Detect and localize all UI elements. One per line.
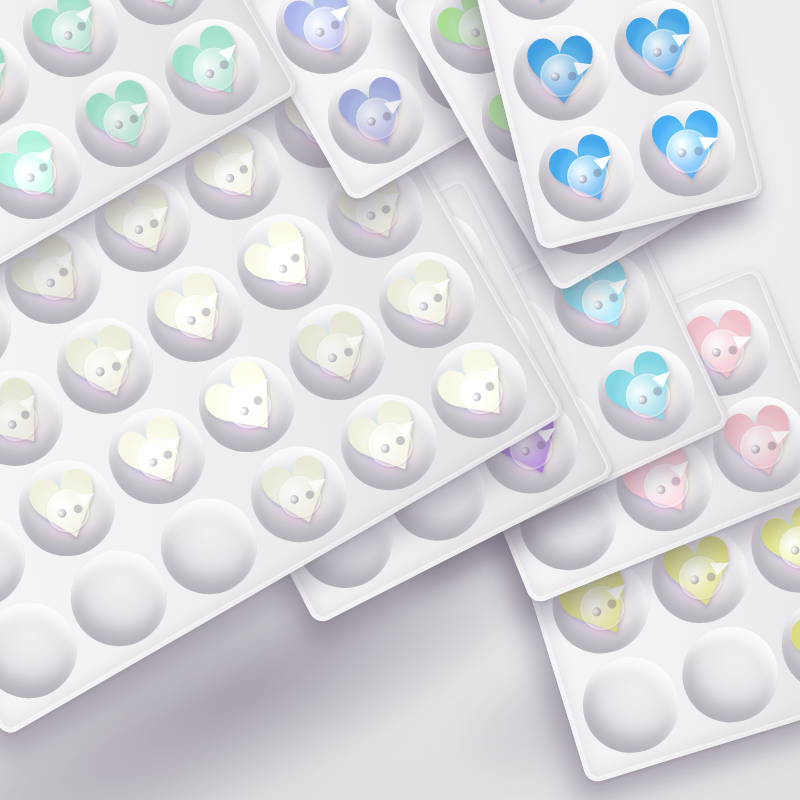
heart-crystal-blue: ♥ <box>633 93 743 203</box>
tray-well: ♥ <box>629 90 745 206</box>
heart-crystal-blue: ♥ <box>525 112 648 235</box>
tray-well: ♥ <box>604 0 720 106</box>
scene: ♥♥♥♥♥♥♥♥♥♥♥♥♥♥♥♥♥♥♥♥♥♥♥♥♥♥♥♥♥♥♥♥♥♥♥♥♥♥♥♥… <box>0 0 800 800</box>
tray-well: ♥ <box>529 115 645 231</box>
heart-crystal-blue: ♥ <box>510 21 613 124</box>
heart-crystal-blue: ♥ <box>605 0 720 105</box>
